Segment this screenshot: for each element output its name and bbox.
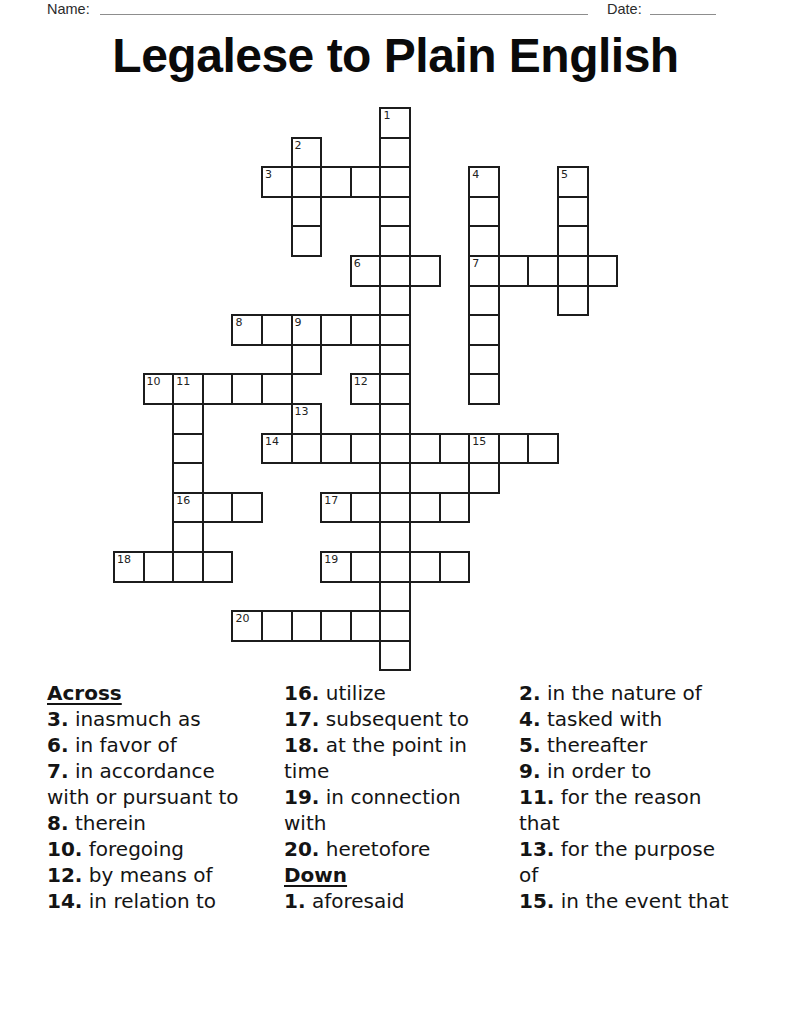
grid-cell-17[interactable]: 17 [320, 492, 352, 524]
clue-label: 10. [47, 837, 82, 861]
grid-cell[interactable] [202, 551, 234, 583]
clue-label: 18. [284, 733, 319, 757]
grid-cell[interactable] [468, 314, 500, 346]
clue-16: 16. utilize [284, 680, 484, 706]
grid-cell[interactable] [172, 403, 204, 435]
grid-cell-1[interactable]: 1 [379, 107, 411, 139]
grid-cell[interactable] [439, 433, 471, 465]
clue-label: 1. [284, 889, 306, 913]
grid-cell-11[interactable]: 11 [172, 373, 204, 405]
clue-text: in favor of [75, 733, 177, 757]
clue-text: in relation to [89, 889, 216, 913]
clue-2: 2. in the nature of [519, 680, 733, 706]
clue-label: 8. [47, 811, 69, 835]
clue-text: heretofore [326, 837, 431, 861]
clue-number-6: 6 [354, 257, 361, 270]
clue-label: 12. [47, 863, 82, 887]
clue-label: 4. [519, 707, 541, 731]
clue-number-19: 19 [324, 553, 338, 566]
grid-cell[interactable] [379, 314, 411, 346]
clue-9: 9. in order to [519, 758, 733, 784]
grid-cell-18[interactable]: 18 [113, 551, 145, 583]
grid-cell[interactable] [291, 433, 323, 465]
grid-cell[interactable] [379, 403, 411, 435]
clue-label: 19. [284, 785, 319, 809]
grid-cell[interactable] [320, 166, 352, 198]
grid-cell[interactable] [468, 196, 500, 228]
clue-13: 13. for the purpose of [519, 836, 733, 888]
clue-label: 14. [47, 889, 82, 913]
clue-label: 5. [519, 733, 541, 757]
clue-text: in order to [547, 759, 651, 783]
grid-cell[interactable] [379, 581, 411, 613]
clue-6: 6. in favor of [47, 732, 252, 758]
grid-cell-13[interactable]: 13 [291, 403, 323, 435]
grid-cell[interactable] [172, 433, 204, 465]
clue-number-10: 10 [147, 375, 161, 388]
grid-cell[interactable] [379, 225, 411, 257]
clue-label: 17. [284, 707, 319, 731]
grid-cell-16[interactable]: 16 [172, 492, 204, 524]
grid-cell[interactable] [320, 314, 352, 346]
across-section-header: Across [47, 680, 252, 706]
clue-text: in the event that [561, 889, 729, 913]
grid-cell-7[interactable]: 7 [468, 255, 500, 287]
clue-15: 15. in the event that [519, 888, 733, 914]
clue-17: 17. subsequent to [284, 706, 484, 732]
clue-number-4: 4 [472, 168, 479, 181]
clue-text: foregoing [89, 837, 184, 861]
clue-number-16: 16 [176, 494, 190, 507]
clue-number-8: 8 [235, 316, 242, 329]
grid-cell[interactable] [350, 166, 382, 198]
grid-cell-10[interactable]: 10 [143, 373, 175, 405]
clue-number-3: 3 [265, 168, 272, 181]
clue-number-13: 13 [295, 405, 309, 418]
grid-cell[interactable] [261, 314, 293, 346]
grid-cell[interactable] [379, 166, 411, 198]
grid-cell[interactable] [468, 285, 500, 317]
clue-12: 12. by means of [47, 862, 252, 888]
grid-cell-15[interactable]: 15 [468, 433, 500, 465]
grid-cell[interactable] [202, 373, 234, 405]
grid-cell[interactable] [557, 255, 589, 287]
grid-cell-3[interactable]: 3 [261, 166, 293, 198]
clue-1: 1. aforesaid [284, 888, 484, 914]
name-write-in-line[interactable] [100, 0, 588, 15]
clue-text: subsequent to [326, 707, 469, 731]
clue-5: 5. thereafter [519, 732, 733, 758]
grid-cell[interactable] [527, 433, 559, 465]
date-write-in-line[interactable] [650, 0, 716, 15]
clue-label: 15. [519, 889, 554, 913]
grid-cell-19[interactable]: 19 [320, 551, 352, 583]
grid-cell[interactable] [261, 610, 293, 642]
grid-cell[interactable] [350, 492, 382, 524]
page-title: Legalese to Plain English [0, 26, 791, 86]
grid-cell[interactable] [587, 255, 619, 287]
grid-cell[interactable] [320, 433, 352, 465]
grid-cell[interactable] [291, 344, 323, 376]
grid-cell[interactable] [172, 462, 204, 494]
clue-column-middle: 16. utilize17. subsequent to18. at the p… [284, 680, 484, 914]
clue-number-9: 9 [295, 316, 302, 329]
grid-cell-5[interactable]: 5 [557, 166, 589, 198]
clue-label: 3. [47, 707, 69, 731]
grid-cell[interactable] [379, 433, 411, 465]
clue-number-2: 2 [295, 139, 302, 152]
clue-3: 3. inasmuch as [47, 706, 252, 732]
grid-cell[interactable] [379, 255, 411, 287]
clue-number-5: 5 [561, 168, 568, 181]
grid-cell[interactable] [379, 137, 411, 169]
clue-text: inasmuch as [75, 707, 201, 731]
grid-cell[interactable] [350, 433, 382, 465]
grid-cell-4[interactable]: 4 [468, 166, 500, 198]
grid-cell[interactable] [202, 492, 234, 524]
grid-cell[interactable] [172, 551, 204, 583]
grid-cell-2[interactable]: 2 [291, 137, 323, 169]
grid-cell[interactable] [379, 462, 411, 494]
grid-cell[interactable] [439, 492, 471, 524]
grid-cell[interactable] [527, 255, 559, 287]
grid-cell[interactable] [409, 551, 441, 583]
clue-text: in accordance with or pursuant to [47, 759, 239, 809]
clue-text: in the nature of [547, 681, 702, 705]
grid-cell[interactable] [379, 373, 411, 405]
grid-cell-6[interactable]: 6 [350, 255, 382, 287]
grid-cell[interactable] [291, 166, 323, 198]
grid-cell[interactable] [409, 255, 441, 287]
grid-cell[interactable] [468, 462, 500, 494]
clue-number-7: 7 [472, 257, 479, 270]
crossword-grid: 1234567891011121314151617181920 [113, 107, 619, 671]
grid-cell[interactable] [379, 344, 411, 376]
grid-cell[interactable] [379, 640, 411, 672]
clue-10: 10. foregoing [47, 836, 252, 862]
clue-4: 4. tasked with [519, 706, 733, 732]
clue-label: 7. [47, 759, 69, 783]
grid-cell[interactable] [409, 492, 441, 524]
name-label: Name: [47, 1, 90, 17]
grid-cell[interactable] [498, 255, 530, 287]
grid-cell-12[interactable]: 12 [350, 373, 382, 405]
clue-text: tasked with [547, 707, 662, 731]
clue-number-12: 12 [354, 375, 368, 388]
grid-cell[interactable] [498, 433, 530, 465]
grid-cell[interactable] [231, 492, 263, 524]
clue-label: 9. [519, 759, 541, 783]
grid-cell[interactable] [379, 551, 411, 583]
clue-number-15: 15 [472, 435, 486, 448]
clue-label: 16. [284, 681, 319, 705]
clue-column-across: Across3. inasmuch as6. in favor of7. in … [47, 680, 252, 914]
clue-number-17: 17 [324, 494, 338, 507]
clue-label: 6. [47, 733, 69, 757]
clue-8: 8. therein [47, 810, 252, 836]
clue-11: 11. for the reason that [519, 784, 733, 836]
clue-18: 18. at the point in time [284, 732, 484, 784]
clue-text: utilize [326, 681, 386, 705]
clue-number-1: 1 [383, 109, 390, 122]
clue-label: 2. [519, 681, 541, 705]
clue-label: 20. [284, 837, 319, 861]
clue-7: 7. in accordance with or pursuant to [47, 758, 252, 810]
date-label: Date: [607, 1, 642, 17]
grid-cell[interactable] [350, 314, 382, 346]
grid-cell[interactable] [143, 551, 175, 583]
grid-cell[interactable] [468, 225, 500, 257]
grid-cell[interactable] [557, 196, 589, 228]
grid-cell[interactable] [379, 196, 411, 228]
clue-number-11: 11 [176, 375, 190, 388]
grid-cell-9[interactable]: 9 [291, 314, 323, 346]
grid-cell[interactable] [379, 492, 411, 524]
clue-text: therein [75, 811, 146, 835]
grid-cell[interactable] [291, 610, 323, 642]
clue-number-18: 18 [117, 553, 131, 566]
grid-cell-20[interactable]: 20 [231, 610, 263, 642]
clue-14: 14. in relation to [47, 888, 252, 914]
clue-20: 20. heretofore [284, 836, 484, 862]
grid-cell[interactable] [350, 610, 382, 642]
grid-cell[interactable] [439, 551, 471, 583]
clue-column-down: 2. in the nature of4. tasked with5. ther… [519, 680, 733, 914]
grid-cell[interactable] [379, 610, 411, 642]
grid-cell[interactable] [231, 373, 263, 405]
clue-number-14: 14 [265, 435, 279, 448]
clue-label: 13. [519, 837, 554, 861]
grid-cell[interactable] [468, 344, 500, 376]
grid-cell[interactable] [557, 225, 589, 257]
grid-cell[interactable] [468, 373, 500, 405]
worksheet-page: Name: Date: Legalese to Plain English 12… [0, 0, 791, 1024]
grid-cell[interactable] [379, 285, 411, 317]
grid-cell[interactable] [379, 521, 411, 553]
grid-cell-14[interactable]: 14 [261, 433, 293, 465]
grid-cell[interactable] [320, 610, 352, 642]
clue-label: 11. [519, 785, 554, 809]
grid-cell[interactable] [350, 551, 382, 583]
grid-cell-8[interactable]: 8 [231, 314, 263, 346]
grid-cell[interactable] [409, 433, 441, 465]
grid-cell[interactable] [557, 285, 589, 317]
grid-cell[interactable] [291, 196, 323, 228]
clue-19: 19. in connection with [284, 784, 484, 836]
clue-text: by means of [89, 863, 213, 887]
clue-text: thereafter [547, 733, 647, 757]
grid-cell[interactable] [261, 373, 293, 405]
clue-text: aforesaid [312, 889, 405, 913]
clue-number-20: 20 [235, 612, 249, 625]
grid-cell[interactable] [291, 225, 323, 257]
down-section-header: Down [284, 862, 484, 888]
grid-cell[interactable] [172, 521, 204, 553]
